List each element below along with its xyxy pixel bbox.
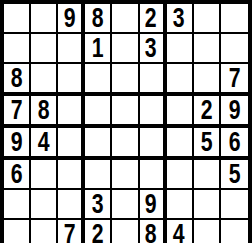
cell-r1c7[interactable]: 3: [167, 4, 194, 34]
cell-r3c3[interactable]: [58, 64, 85, 96]
cell-r3c4[interactable]: [85, 64, 112, 96]
cell-r1c3[interactable]: 9: [58, 4, 85, 34]
given-digit: 9: [229, 96, 241, 124]
cell-r7c9[interactable]: 5: [221, 160, 248, 190]
cell-r1c5[interactable]: [112, 4, 139, 34]
cell-r1c6[interactable]: 2: [140, 4, 167, 34]
cell-r2c3[interactable]: [58, 34, 85, 64]
cell-r3c5[interactable]: [112, 64, 139, 96]
given-digit: 9: [64, 4, 76, 32]
cell-r7c5[interactable]: [112, 160, 139, 190]
cell-r4c3[interactable]: [58, 96, 85, 126]
cell-r9c8[interactable]: [194, 220, 221, 243]
cell-r6c1[interactable]: 9: [4, 128, 31, 160]
cell-r6c8[interactable]: 5: [194, 128, 221, 160]
cell-r8c7[interactable]: [167, 190, 194, 220]
cell-r4c4[interactable]: [85, 96, 112, 126]
cell-r4c8[interactable]: 2: [194, 96, 221, 126]
cell-r8c1[interactable]: [4, 190, 31, 220]
cell-r7c7[interactable]: [167, 160, 194, 190]
cell-r3c7[interactable]: [167, 64, 194, 96]
cell-r6c3[interactable]: [58, 128, 85, 160]
cell-r2c9[interactable]: [221, 34, 248, 64]
cell-r2c6[interactable]: 3: [140, 34, 167, 64]
cell-r8c6[interactable]: 9: [140, 190, 167, 220]
cell-r6c7[interactable]: [167, 128, 194, 160]
cell-r4c9[interactable]: 9: [221, 96, 248, 126]
cell-r3c6[interactable]: [140, 64, 167, 96]
cell-r4c6[interactable]: [140, 96, 167, 126]
cell-r1c8[interactable]: [194, 4, 221, 34]
given-digit: 5: [229, 160, 241, 188]
cell-r9c4[interactable]: 2: [85, 220, 112, 243]
cell-r7c3[interactable]: [58, 160, 85, 190]
cell-r2c8[interactable]: [194, 34, 221, 64]
given-digit: 2: [145, 4, 157, 32]
cell-r7c6[interactable]: [140, 160, 167, 190]
given-digit: 4: [173, 220, 185, 243]
cell-r6c5[interactable]: [112, 128, 139, 160]
cell-r9c1[interactable]: [4, 220, 31, 243]
given-digit: 3: [92, 190, 104, 218]
given-digit: 7: [64, 220, 76, 243]
cell-r7c2[interactable]: [31, 160, 58, 190]
given-digit: 2: [200, 96, 212, 124]
cell-r7c1[interactable]: 6: [4, 160, 31, 190]
sudoku-board: 982313877829945665397284: [0, 0, 252, 243]
cell-r3c9[interactable]: 7: [221, 64, 248, 96]
given-digit: 2: [92, 220, 104, 243]
cell-r4c2[interactable]: 8: [31, 96, 58, 126]
cell-r9c5[interactable]: [112, 220, 139, 243]
cell-r7c8[interactable]: [194, 160, 221, 190]
cell-r8c8[interactable]: [194, 190, 221, 220]
given-digit: 8: [38, 96, 50, 124]
cell-r1c1[interactable]: [4, 4, 31, 34]
given-digit: 9: [11, 128, 23, 156]
given-digit: 3: [173, 4, 185, 32]
cell-r9c7[interactable]: 4: [167, 220, 194, 243]
cell-r9c6[interactable]: 8: [140, 220, 167, 243]
cell-r1c2[interactable]: [31, 4, 58, 34]
cell-r7c4[interactable]: [85, 160, 112, 190]
cell-r8c9[interactable]: [221, 190, 248, 220]
given-digit: 7: [11, 96, 23, 124]
cell-r4c5[interactable]: [112, 96, 139, 126]
cell-r2c1[interactable]: [4, 34, 31, 64]
cell-r3c1[interactable]: 8: [4, 64, 31, 96]
given-digit: 5: [200, 128, 212, 156]
given-digit: 8: [11, 64, 23, 92]
cell-r8c5[interactable]: [112, 190, 139, 220]
given-digit: 1: [92, 34, 104, 62]
cell-r2c7[interactable]: [167, 34, 194, 64]
cell-r6c4[interactable]: [85, 128, 112, 160]
given-digit: 6: [11, 160, 23, 188]
cell-r2c4[interactable]: 1: [85, 34, 112, 64]
given-digit: 8: [145, 220, 157, 243]
cell-r2c2[interactable]: [31, 34, 58, 64]
cell-r4c1[interactable]: 7: [4, 96, 31, 126]
given-digit: 6: [229, 128, 241, 156]
cell-r6c2[interactable]: 4: [31, 128, 58, 160]
cell-r8c4[interactable]: 3: [85, 190, 112, 220]
cell-r9c9[interactable]: [221, 220, 248, 243]
cell-r1c4[interactable]: 8: [85, 4, 112, 34]
given-digit: 7: [229, 64, 241, 92]
cell-r2c5[interactable]: [112, 34, 139, 64]
cell-r6c9[interactable]: 6: [221, 128, 248, 160]
cell-r9c2[interactable]: [31, 220, 58, 243]
given-digit: 4: [38, 128, 50, 156]
given-digit: 8: [92, 4, 104, 32]
cell-r3c2[interactable]: [31, 64, 58, 96]
given-digit: 3: [145, 34, 157, 62]
cell-r1c9[interactable]: [221, 4, 248, 34]
cell-r4c7[interactable]: [167, 96, 194, 126]
cell-r6c6[interactable]: [140, 128, 167, 160]
cell-r8c3[interactable]: [58, 190, 85, 220]
cell-r8c2[interactable]: [31, 190, 58, 220]
given-digit: 9: [145, 190, 157, 218]
cell-r3c8[interactable]: [194, 64, 221, 96]
cell-r9c3[interactable]: 7: [58, 220, 85, 243]
